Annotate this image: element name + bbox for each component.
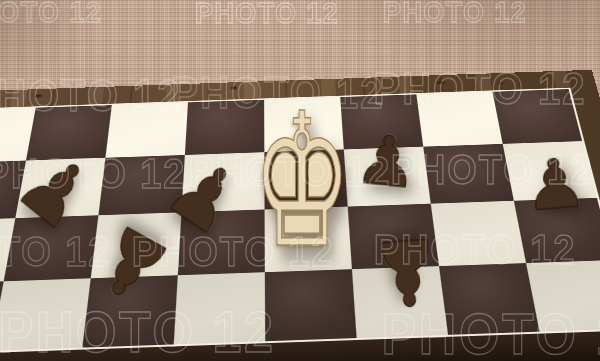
watermark-text: PHOTO 12 [0, 71, 182, 121]
watermark-text: PHOTO 12 [0, 0, 102, 29]
watermark-text: PHOTO 12 [374, 226, 576, 274]
watermark-text: PHOTO 12 [189, 148, 391, 196]
watermark-text: PHOTO 12 [132, 228, 334, 276]
watermark-text: PHOTO 12 [391, 146, 593, 194]
watermark-text: PHOTO 12 [381, 300, 600, 361]
watermark-text: PHOTO 12 [0, 150, 186, 198]
watermark-text: PHOTO 12 [383, 0, 527, 29]
photo-stage: ♚♟♟♟♟♟♟ PHOTO 12PHOTO 12PHOTO 12PHOTO 12… [0, 0, 600, 361]
watermark-text: PHOTO 12 [373, 64, 586, 114]
square-e5 [265, 269, 357, 341]
watermark-text: PHOTO 12 [171, 68, 384, 118]
watermark-text: PHOTO 12 [195, 0, 339, 30]
watermark-text: PHOTO 12 [0, 298, 276, 361]
watermark-text: PHOTO 12 [0, 228, 111, 276]
